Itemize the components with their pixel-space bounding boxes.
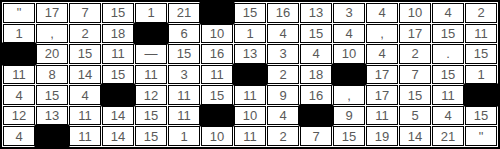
grid-cell[interactable]: 1	[168, 126, 200, 146]
grid-cell[interactable]: 2	[69, 24, 101, 44]
grid-cell[interactable]: 11	[168, 106, 200, 126]
grid-cell[interactable]: 4	[267, 24, 299, 44]
grid-cell[interactable]: 3	[333, 3, 365, 23]
grid-cell[interactable]: 11	[432, 85, 464, 105]
grid-cell[interactable]: 2	[267, 65, 299, 85]
grid-cell[interactable]: 10	[234, 106, 266, 126]
grid-cell[interactable]: 15	[36, 85, 68, 105]
block-cell	[300, 106, 332, 126]
grid-cell[interactable]: 1	[234, 24, 266, 44]
grid-cell[interactable]: 11	[168, 85, 200, 105]
block-cell	[3, 44, 35, 64]
grid-cell[interactable]: 21	[168, 3, 200, 23]
grid-cell[interactable]: ,	[366, 24, 398, 44]
grid-cell[interactable]: 11	[3, 65, 35, 85]
block-cell	[135, 24, 167, 44]
grid-cell[interactable]: 4	[3, 126, 35, 146]
grid-cell[interactable]: 15	[465, 44, 497, 64]
grid-cell[interactable]: 13	[36, 106, 68, 126]
grid-cell[interactable]: 13	[234, 44, 266, 64]
grid-cell[interactable]: 21	[432, 126, 464, 146]
grid-cell[interactable]: 16	[267, 3, 299, 23]
grid-cell[interactable]: 15	[333, 126, 365, 146]
grid-cell[interactable]: 4	[69, 85, 101, 105]
grid-cell[interactable]: 4	[267, 106, 299, 126]
grid-cell[interactable]: 15	[168, 44, 200, 64]
grid-cell[interactable]: 15	[300, 24, 332, 44]
grid-cell[interactable]: 15	[465, 106, 497, 126]
grid-cell[interactable]: 4	[366, 3, 398, 23]
grid-cell[interactable]: 10	[201, 126, 233, 146]
grid-cell[interactable]: 14	[399, 126, 431, 146]
grid-cell[interactable]: 9	[333, 106, 365, 126]
grid-cell[interactable]: 11	[234, 85, 266, 105]
grid-cell[interactable]: 7	[399, 65, 431, 85]
grid-cell[interactable]: 19	[366, 126, 398, 146]
grid-cell[interactable]: 12	[135, 85, 167, 105]
block-cell	[36, 126, 68, 146]
cipher-puzzle: "177151211516133410421,21861014154,17151…	[0, 0, 500, 149]
grid-cell[interactable]: —	[135, 44, 167, 64]
grid-cell[interactable]: 15	[135, 106, 167, 126]
grid-cell[interactable]: 11	[135, 65, 167, 85]
grid-cell[interactable]: 4	[333, 24, 365, 44]
grid-cell[interactable]: 18	[300, 65, 332, 85]
grid-cell[interactable]: 1	[3, 24, 35, 44]
grid-cell[interactable]: 14	[102, 106, 134, 126]
grid-cell[interactable]: 12	[3, 106, 35, 126]
grid-cell[interactable]: 16	[201, 44, 233, 64]
cipher-grid: "177151211516133410421,21861014154,17151…	[0, 0, 500, 149]
grid-cell[interactable]: 11	[366, 106, 398, 126]
grid-cell[interactable]: 15	[69, 44, 101, 64]
grid-cell[interactable]: 1	[465, 65, 497, 85]
grid-cell[interactable]: 17	[366, 65, 398, 85]
grid-cell[interactable]: ,	[36, 24, 68, 44]
block-cell	[333, 65, 365, 85]
grid-cell[interactable]: 5	[399, 106, 431, 126]
block-cell	[201, 3, 233, 23]
grid-cell[interactable]: 11	[201, 65, 233, 85]
grid-cell[interactable]: 4	[432, 3, 464, 23]
block-cell	[201, 106, 233, 126]
block-cell	[102, 85, 134, 105]
grid-cell[interactable]: "	[3, 3, 35, 23]
grid-cell[interactable]: 17	[366, 85, 398, 105]
grid-cell[interactable]: 15	[399, 85, 431, 105]
grid-cell[interactable]: 15	[102, 3, 134, 23]
block-cell	[465, 85, 497, 105]
grid-cell[interactable]: 15	[234, 3, 266, 23]
grid-cell[interactable]: 11	[69, 126, 101, 146]
grid-cell[interactable]: "	[465, 126, 497, 146]
grid-cell[interactable]: 11	[102, 44, 134, 64]
grid-cell[interactable]: 4	[432, 106, 464, 126]
grid-cell[interactable]: 10	[201, 24, 233, 44]
grid-cell[interactable]: 11	[69, 106, 101, 126]
grid-cell[interactable]: 15	[102, 65, 134, 85]
grid-cell[interactable]: 13	[300, 3, 332, 23]
grid-cell[interactable]: 8	[36, 65, 68, 85]
grid-cell[interactable]: 3	[267, 44, 299, 64]
grid-cell[interactable]: 2	[267, 126, 299, 146]
grid-cell[interactable]: 3	[168, 65, 200, 85]
grid-cell[interactable]: 2	[465, 3, 497, 23]
grid-cell[interactable]: 17	[399, 24, 431, 44]
grid-cell[interactable]: 6	[168, 24, 200, 44]
grid-cell[interactable]: 11	[234, 126, 266, 146]
grid-cell[interactable]: 14	[69, 65, 101, 85]
grid-cell[interactable]: 14	[102, 126, 134, 146]
grid-cell[interactable]: 2	[399, 44, 431, 64]
block-cell	[234, 65, 266, 85]
grid-cell[interactable]: 15	[432, 24, 464, 44]
grid-cell[interactable]: 7	[69, 3, 101, 23]
grid-cell[interactable]: 16	[300, 85, 332, 105]
grid-cell[interactable]: 4	[366, 44, 398, 64]
grid-cell[interactable]: 15	[432, 65, 464, 85]
grid-cell[interactable]: 9	[267, 85, 299, 105]
grid-cell[interactable]: 10	[399, 3, 431, 23]
grid-cell[interactable]: ,	[333, 85, 365, 105]
grid-cell[interactable]: 10	[333, 44, 365, 64]
grid-cell[interactable]: 1	[135, 3, 167, 23]
grid-cell[interactable]: .	[432, 44, 464, 64]
grid-cell[interactable]: 18	[102, 24, 134, 44]
grid-cell[interactable]: 20	[36, 44, 68, 64]
grid-cell[interactable]: 15	[201, 85, 233, 105]
grid-cell[interactable]: 11	[465, 24, 497, 44]
grid-cell[interactable]: 17	[36, 3, 68, 23]
grid-cell[interactable]: 4	[3, 85, 35, 105]
grid-cell[interactable]: 7	[300, 126, 332, 146]
grid-cell[interactable]: 15	[135, 126, 167, 146]
grid-cell[interactable]: 4	[300, 44, 332, 64]
